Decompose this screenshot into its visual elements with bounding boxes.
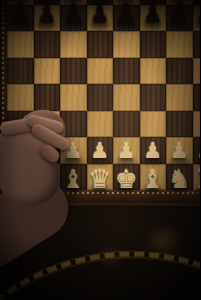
piece-black-pawn-g7[interactable]: ♟ [170,0,189,27]
square-g6[interactable] [166,31,193,58]
square-g2[interactable]: ♟ [166,137,193,164]
board-left-rail [0,0,7,203]
square-h2[interactable]: ♟ [193,137,201,164]
piece-white-knight-b1[interactable]: ♞ [36,166,58,191]
square-d1[interactable]: ♛ [87,164,114,191]
square-f2[interactable]: ♟ [140,137,167,164]
square-g5[interactable] [166,58,193,85]
rail-stitching [2,2,4,198]
square-c2[interactable]: ♟ [60,137,87,164]
piece-white-bishop-f1[interactable]: ♝ [142,166,164,191]
square-h4[interactable] [193,84,201,111]
square-c1[interactable]: ♝ [60,164,87,191]
square-a7[interactable]: ♟ [7,5,34,32]
square-c5[interactable] [60,58,87,85]
piece-white-pawn-a2[interactable]: ♟ [11,141,30,162]
piece-white-queen-d1[interactable]: ♛ [89,166,111,191]
square-b7[interactable]: ♟ [34,5,61,32]
square-d7[interactable]: ♟ [87,5,114,32]
square-f5[interactable] [140,58,167,85]
piece-white-pawn-c2[interactable]: ♟ [64,141,83,162]
piece-white-pawn-g2[interactable]: ♟ [170,141,189,162]
chess-photo-scene: ♜♞♝♛♚♝♞♜♟♟♟♟♟♟♟♟♟♟♟♟♟♟♟♟♜♞♝♛♚♝♞♜ [0,0,200,300]
square-a4[interactable] [7,84,34,111]
square-e3[interactable] [113,111,140,138]
piece-white-knight-g1[interactable]: ♞ [168,166,190,191]
square-h7[interactable]: ♟ [193,5,201,32]
piece-white-pawn-d2[interactable]: ♟ [90,141,109,162]
piece-white-pawn-f2[interactable]: ♟ [143,141,162,162]
square-b3[interactable] [34,111,61,138]
piece-white-bishop-c1[interactable]: ♝ [62,166,84,191]
square-a3[interactable] [7,111,34,138]
piece-black-pawn-h7[interactable]: ♟ [196,0,200,27]
square-f3[interactable] [140,111,167,138]
piece-white-king-e1[interactable]: ♚ [115,166,137,191]
square-f1[interactable]: ♝ [140,164,167,191]
square-e6[interactable] [113,31,140,58]
piece-black-pawn-f7[interactable]: ♟ [143,0,162,27]
square-b1[interactable]: ♞ [34,164,61,191]
square-d5[interactable] [87,58,114,85]
square-a6[interactable] [7,31,34,58]
square-h5[interactable] [193,58,201,85]
piece-white-pawn-e2[interactable]: ♟ [117,141,136,162]
piece-black-pawn-d7[interactable]: ♟ [90,0,109,27]
piece-black-pawn-c7[interactable]: ♟ [64,0,83,27]
square-f4[interactable] [140,84,167,111]
square-e7[interactable]: ♟ [113,5,140,32]
square-g1[interactable]: ♞ [166,164,193,191]
square-f6[interactable] [140,31,167,58]
piece-white-rook-h1[interactable]: ♜ [195,166,200,191]
square-c7[interactable]: ♟ [60,5,87,32]
square-c3[interactable] [60,111,87,138]
square-d4[interactable] [87,84,114,111]
piece-black-pawn-a7[interactable]: ♟ [11,0,30,27]
square-g7[interactable]: ♟ [166,5,193,32]
square-b6[interactable] [34,31,61,58]
square-c4[interactable] [60,84,87,111]
piece-black-pawn-e7[interactable]: ♟ [117,0,136,27]
square-f7[interactable]: ♟ [140,5,167,32]
square-c6[interactable] [60,31,87,58]
square-e4[interactable] [113,84,140,111]
square-e5[interactable] [113,58,140,85]
square-h1[interactable]: ♜ [193,164,201,191]
square-b5[interactable] [34,58,61,85]
piece-black-pawn-b7[interactable]: ♟ [37,0,56,27]
square-a1[interactable]: ♜ [7,164,34,191]
table-ornament-glint [140,225,186,259]
square-d6[interactable] [87,31,114,58]
piece-white-pawn-h2[interactable]: ♟ [196,141,200,162]
square-d3[interactable] [87,111,114,138]
piece-white-pawn-b2[interactable]: ♟ [37,141,56,162]
chess-board[interactable]: ♜♞♝♛♚♝♞♜♟♟♟♟♟♟♟♟♟♟♟♟♟♟♟♟♜♞♝♛♚♝♞♜ [7,0,200,190]
square-a5[interactable] [7,58,34,85]
table-ornament-glint [95,245,125,269]
square-b2[interactable]: ♟ [34,137,61,164]
square-d2[interactable]: ♟ [87,137,114,164]
square-h6[interactable] [193,31,201,58]
square-e1[interactable]: ♚ [113,164,140,191]
square-h3[interactable] [193,111,201,138]
square-b4[interactable] [34,84,61,111]
square-a2[interactable]: ♟ [7,137,34,164]
square-e2[interactable]: ♟ [113,137,140,164]
board-edge-highlight [0,203,200,206]
piece-white-rook-a1[interactable]: ♜ [9,166,31,191]
square-g3[interactable] [166,111,193,138]
square-g4[interactable] [166,84,193,111]
